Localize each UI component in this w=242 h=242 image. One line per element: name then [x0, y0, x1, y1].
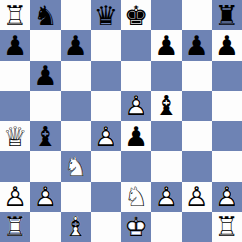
- square-f6[interactable]: [151, 61, 181, 91]
- piece-white-pawn[interactable]: ♟♙: [30, 182, 60, 212]
- piece-glyph: ♟: [61, 30, 91, 60]
- piece-black-rook[interactable]: ♜: [212, 0, 242, 30]
- square-d5[interactable]: [91, 91, 121, 121]
- piece-glyph-outline: ♙: [0, 182, 30, 212]
- piece-glyph: ♟: [182, 30, 212, 60]
- square-a5[interactable]: [0, 91, 30, 121]
- square-h1[interactable]: ♜♖: [212, 212, 242, 242]
- piece-black-pawn[interactable]: ♟: [61, 30, 91, 60]
- piece-glyph-outline: ♘: [121, 182, 151, 212]
- piece-black-pawn[interactable]: ♟: [212, 30, 242, 60]
- square-h4[interactable]: [212, 121, 242, 151]
- piece-black-pawn[interactable]: ♟: [121, 121, 151, 151]
- piece-black-bishop[interactable]: ♝: [151, 91, 181, 121]
- square-c3[interactable]: ♞♘: [61, 151, 91, 181]
- square-c2[interactable]: [61, 182, 91, 212]
- square-e4[interactable]: ♟: [121, 121, 151, 151]
- piece-glyph-outline: ♙: [121, 91, 151, 121]
- square-g5[interactable]: [182, 91, 212, 121]
- piece-glyph-outline: ♙: [182, 182, 212, 212]
- piece-black-pawn[interactable]: ♟: [151, 30, 181, 60]
- square-g3[interactable]: [182, 151, 212, 181]
- square-f8[interactable]: [151, 0, 181, 30]
- square-d7[interactable]: [91, 30, 121, 60]
- piece-glyph-outline: ♔: [121, 212, 151, 242]
- square-f2[interactable]: ♟♙: [151, 182, 181, 212]
- square-c6[interactable]: [61, 61, 91, 91]
- square-e2[interactable]: ♞♘: [121, 182, 151, 212]
- square-g2[interactable]: ♟♙: [182, 182, 212, 212]
- square-b2[interactable]: ♟♙: [30, 182, 60, 212]
- piece-glyph-outline: ♗: [61, 212, 91, 242]
- piece-glyph: ♞: [30, 0, 60, 30]
- piece-black-pawn[interactable]: ♟: [182, 30, 212, 60]
- square-c4[interactable]: [61, 121, 91, 151]
- piece-glyph-outline: ♖: [212, 212, 242, 242]
- square-d4[interactable]: ♟♙: [91, 121, 121, 151]
- square-e3[interactable]: [121, 151, 151, 181]
- square-h6[interactable]: [212, 61, 242, 91]
- square-e8[interactable]: ♚: [121, 0, 151, 30]
- piece-glyph-outline: ♘: [61, 151, 91, 181]
- square-g7[interactable]: ♟: [182, 30, 212, 60]
- square-c1[interactable]: ♝♗: [61, 212, 91, 242]
- piece-glyph-outline: ♕: [0, 121, 30, 151]
- piece-black-pawn[interactable]: ♟: [30, 61, 60, 91]
- piece-white-pawn[interactable]: ♟♙: [121, 91, 151, 121]
- piece-glyph: ♟: [212, 30, 242, 60]
- piece-white-king[interactable]: ♚♔: [121, 212, 151, 242]
- piece-glyph-outline: ♙: [212, 182, 242, 212]
- piece-black-bishop[interactable]: ♝: [30, 121, 60, 151]
- piece-black-knight[interactable]: ♞: [30, 0, 60, 30]
- piece-white-queen[interactable]: ♛♕: [0, 121, 30, 151]
- square-h7[interactable]: ♟: [212, 30, 242, 60]
- piece-glyph: ♟: [121, 121, 151, 151]
- piece-white-pawn[interactable]: ♟♙: [151, 182, 181, 212]
- square-h5[interactable]: [212, 91, 242, 121]
- square-f3[interactable]: [151, 151, 181, 181]
- piece-black-pawn[interactable]: ♟: [0, 30, 30, 60]
- piece-white-pawn[interactable]: ♟♙: [0, 182, 30, 212]
- piece-white-rook[interactable]: ♜♖: [212, 212, 242, 242]
- square-e5[interactable]: ♟♙: [121, 91, 151, 121]
- piece-glyph-outline: ♙: [30, 182, 60, 212]
- square-a6[interactable]: [0, 61, 30, 91]
- piece-white-bishop[interactable]: ♝♗: [61, 212, 91, 242]
- piece-glyph: ♟: [151, 30, 181, 60]
- square-h3[interactable]: [212, 151, 242, 181]
- square-b3[interactable]: [30, 151, 60, 181]
- piece-white-pawn[interactable]: ♟♙: [91, 121, 121, 151]
- square-a1[interactable]: ♜♖: [0, 212, 30, 242]
- square-a3[interactable]: [0, 151, 30, 181]
- square-d6[interactable]: [91, 61, 121, 91]
- piece-glyph: ♚: [121, 0, 151, 30]
- square-b5[interactable]: [30, 91, 60, 121]
- square-c5[interactable]: [61, 91, 91, 121]
- square-e7[interactable]: [121, 30, 151, 60]
- square-d8[interactable]: ♛: [91, 0, 121, 30]
- piece-glyph: ♝: [151, 91, 181, 121]
- square-d3[interactable]: [91, 151, 121, 181]
- square-a2[interactable]: ♟♙: [0, 182, 30, 212]
- piece-glyph-outline: ♙: [91, 121, 121, 151]
- piece-glyph: ♛: [91, 0, 121, 30]
- square-f1[interactable]: [151, 212, 181, 242]
- square-g8[interactable]: [182, 0, 212, 30]
- piece-white-pawn[interactable]: ♟♙: [182, 182, 212, 212]
- square-f7[interactable]: ♟: [151, 30, 181, 60]
- square-g6[interactable]: [182, 61, 212, 91]
- square-c8[interactable]: [61, 0, 91, 30]
- square-g4[interactable]: [182, 121, 212, 151]
- square-e6[interactable]: [121, 61, 151, 91]
- square-b1[interactable]: [30, 212, 60, 242]
- piece-glyph-outline: ♙: [151, 182, 181, 212]
- square-f5[interactable]: ♝: [151, 91, 181, 121]
- chess-board: ♜♖♞♛♚♜♟♟♟♟♟♟♟♙♝♛♕♝♟♙♟♞♘♟♙♟♙♞♘♟♙♟♙♟♙♜♖♝♗♚…: [0, 0, 242, 242]
- square-e1[interactable]: ♚♔: [121, 212, 151, 242]
- square-f4[interactable]: [151, 121, 181, 151]
- piece-white-rook[interactable]: ♜♖: [0, 0, 30, 30]
- piece-glyph-outline: ♖: [0, 212, 30, 242]
- square-b6[interactable]: ♟: [30, 61, 60, 91]
- piece-glyph-outline: ♖: [0, 0, 30, 30]
- square-d1[interactable]: [91, 212, 121, 242]
- piece-glyph: ♝: [30, 121, 60, 151]
- square-d2[interactable]: [91, 182, 121, 212]
- square-g1[interactable]: [182, 212, 212, 242]
- piece-black-king[interactable]: ♚: [121, 0, 151, 30]
- piece-white-knight[interactable]: ♞♘: [121, 182, 151, 212]
- square-h8[interactable]: ♜: [212, 0, 242, 30]
- piece-white-rook[interactable]: ♜♖: [0, 212, 30, 242]
- square-a8[interactable]: ♜♖: [0, 0, 30, 30]
- piece-black-queen[interactable]: ♛: [91, 0, 121, 30]
- piece-glyph: ♟: [30, 61, 60, 91]
- piece-white-knight[interactable]: ♞♘: [61, 151, 91, 181]
- square-a7[interactable]: ♟: [0, 30, 30, 60]
- piece-glyph: ♟: [0, 30, 30, 60]
- square-b8[interactable]: ♞: [30, 0, 60, 30]
- square-h2[interactable]: ♟♙: [212, 182, 242, 212]
- piece-glyph: ♜: [212, 0, 242, 30]
- square-b4[interactable]: ♝: [30, 121, 60, 151]
- square-c7[interactable]: ♟: [61, 30, 91, 60]
- square-a4[interactable]: ♛♕: [0, 121, 30, 151]
- piece-white-pawn[interactable]: ♟♙: [212, 182, 242, 212]
- square-b7[interactable]: [30, 30, 60, 60]
